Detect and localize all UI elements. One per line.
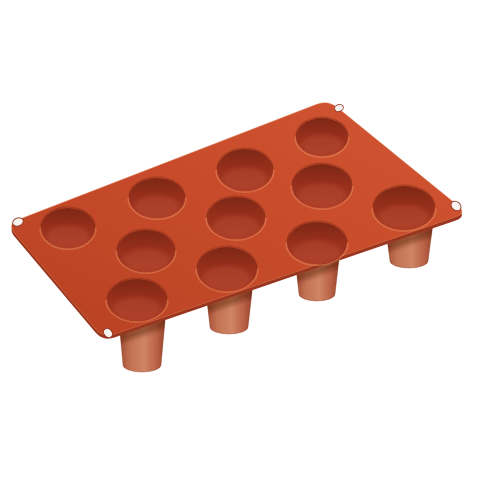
cavity [106,278,168,322]
cavity-floor-reflection [301,135,343,156]
cavity [372,185,436,231]
cavity-floor-reflection [203,266,251,290]
silicone-mold-illustration [0,0,480,480]
cavity-floor-reflection [298,183,346,207]
cavity-floor-reflection [213,215,259,238]
cavity-floor-reflection [293,240,341,263]
cavity-floor-reflection [379,205,429,229]
cavity [216,148,274,192]
cavity [206,196,266,240]
cavity-floor-reflection [135,195,180,217]
cavity [128,177,186,219]
cavity-floor-reflection [113,297,161,320]
cavity [40,207,96,249]
cavity [291,163,353,209]
cavity [295,117,349,157]
product-photo-canvas [0,0,480,480]
cavity [116,229,176,273]
cavity [286,221,348,265]
cavity-floor-reflection [46,225,89,247]
cavity [196,246,258,292]
cavity-floor-reflection [223,167,268,190]
cavity-floor-reflection [123,248,169,271]
